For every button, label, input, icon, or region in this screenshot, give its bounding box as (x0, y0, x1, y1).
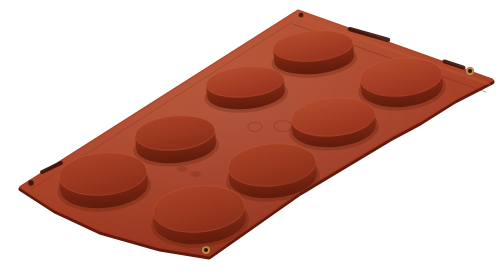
mold-sheet-sheen (21, 11, 492, 255)
silicone-mold-image (0, 0, 500, 279)
corner-hole (298, 12, 303, 17)
corner-hole (28, 180, 34, 186)
corner-eyelet-hole (204, 248, 208, 252)
emboss-mark (191, 171, 201, 177)
corner-eyelet-hole (468, 69, 472, 73)
product-photo (0, 0, 500, 279)
emboss-mark (177, 166, 187, 172)
